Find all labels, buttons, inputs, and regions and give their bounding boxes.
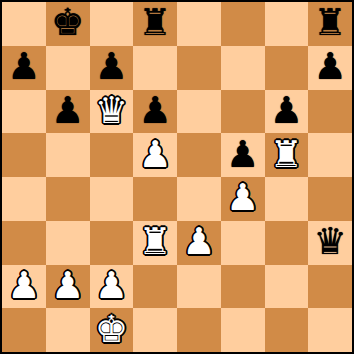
- black-pawn-icon: ♟: [226, 136, 259, 173]
- square-d3[interactable]: ♜: [133, 221, 177, 265]
- square-e8[interactable]: [177, 2, 221, 46]
- square-c7[interactable]: ♟: [90, 46, 134, 90]
- square-d7[interactable]: [133, 46, 177, 90]
- square-g6[interactable]: ♟: [265, 90, 309, 134]
- square-b4[interactable]: [46, 177, 90, 221]
- black-pawn-icon: ♟: [314, 48, 347, 85]
- square-f5[interactable]: ♟: [221, 133, 265, 177]
- white-pawn-icon: ♟: [95, 267, 128, 304]
- square-h8[interactable]: ♜: [308, 2, 352, 46]
- square-e5[interactable]: [177, 133, 221, 177]
- square-f8[interactable]: [221, 2, 265, 46]
- square-c3[interactable]: [90, 221, 134, 265]
- square-e3[interactable]: ♟: [177, 221, 221, 265]
- square-b2[interactable]: ♟: [46, 265, 90, 309]
- square-a5[interactable]: [2, 133, 46, 177]
- white-pawn-icon: ♟: [51, 267, 84, 304]
- square-a6[interactable]: [2, 90, 46, 134]
- square-g7[interactable]: [265, 46, 309, 90]
- white-rook-icon: ♜: [139, 223, 172, 260]
- black-pawn-icon: ♟: [139, 92, 172, 129]
- square-d6[interactable]: ♟: [133, 90, 177, 134]
- white-pawn-icon: ♟: [226, 179, 259, 216]
- black-queen-icon: ♛: [314, 223, 347, 260]
- white-king-icon: ♚: [95, 311, 128, 348]
- square-a2[interactable]: ♟: [2, 265, 46, 309]
- square-c5[interactable]: [90, 133, 134, 177]
- square-e6[interactable]: [177, 90, 221, 134]
- square-e4[interactable]: [177, 177, 221, 221]
- square-b5[interactable]: [46, 133, 90, 177]
- square-f3[interactable]: [221, 221, 265, 265]
- square-g1[interactable]: [265, 308, 309, 352]
- white-pawn-icon: ♟: [139, 136, 172, 173]
- square-c8[interactable]: [90, 2, 134, 46]
- black-king-icon: ♚: [51, 4, 84, 41]
- square-a4[interactable]: [2, 177, 46, 221]
- square-h7[interactable]: ♟: [308, 46, 352, 90]
- square-h3[interactable]: ♛: [308, 221, 352, 265]
- black-rook-icon: ♜: [314, 4, 347, 41]
- square-e2[interactable]: [177, 265, 221, 309]
- square-b8[interactable]: ♚: [46, 2, 90, 46]
- square-c1[interactable]: ♚: [90, 308, 134, 352]
- square-g3[interactable]: [265, 221, 309, 265]
- square-g2[interactable]: [265, 265, 309, 309]
- square-h5[interactable]: [308, 133, 352, 177]
- square-h4[interactable]: [308, 177, 352, 221]
- black-pawn-icon: ♟: [51, 92, 84, 129]
- square-a1[interactable]: [2, 308, 46, 352]
- square-c2[interactable]: ♟: [90, 265, 134, 309]
- square-g5[interactable]: ♜: [265, 133, 309, 177]
- square-f2[interactable]: [221, 265, 265, 309]
- square-d5[interactable]: ♟: [133, 133, 177, 177]
- white-pawn-icon: ♟: [7, 267, 40, 304]
- chess-board-frame: ♚♜♜♟♟♟♟♛♟♟♟♟♜♟♜♟♛♟♟♟♚: [0, 0, 354, 354]
- white-pawn-icon: ♟: [182, 223, 215, 260]
- square-h6[interactable]: [308, 90, 352, 134]
- square-b7[interactable]: [46, 46, 90, 90]
- square-a8[interactable]: [2, 2, 46, 46]
- square-h2[interactable]: [308, 265, 352, 309]
- black-pawn-icon: ♟: [95, 48, 128, 85]
- square-e7[interactable]: [177, 46, 221, 90]
- black-pawn-icon: ♟: [270, 92, 303, 129]
- square-d1[interactable]: [133, 308, 177, 352]
- square-c4[interactable]: [90, 177, 134, 221]
- white-queen-icon: ♛: [95, 92, 128, 129]
- chess-board: ♚♜♜♟♟♟♟♛♟♟♟♟♜♟♜♟♛♟♟♟♚: [2, 2, 352, 352]
- square-g4[interactable]: [265, 177, 309, 221]
- square-g8[interactable]: [265, 2, 309, 46]
- white-rook-icon: ♜: [270, 136, 303, 173]
- square-d4[interactable]: [133, 177, 177, 221]
- black-pawn-icon: ♟: [7, 48, 40, 85]
- square-f7[interactable]: [221, 46, 265, 90]
- square-f4[interactable]: ♟: [221, 177, 265, 221]
- square-f1[interactable]: [221, 308, 265, 352]
- black-rook-icon: ♜: [139, 4, 172, 41]
- square-d8[interactable]: ♜: [133, 2, 177, 46]
- square-d2[interactable]: [133, 265, 177, 309]
- square-c6[interactable]: ♛: [90, 90, 134, 134]
- square-f6[interactable]: [221, 90, 265, 134]
- square-b3[interactable]: [46, 221, 90, 265]
- square-h1[interactable]: [308, 308, 352, 352]
- square-a7[interactable]: ♟: [2, 46, 46, 90]
- square-b6[interactable]: ♟: [46, 90, 90, 134]
- square-b1[interactable]: [46, 308, 90, 352]
- square-e1[interactable]: [177, 308, 221, 352]
- square-a3[interactable]: [2, 221, 46, 265]
